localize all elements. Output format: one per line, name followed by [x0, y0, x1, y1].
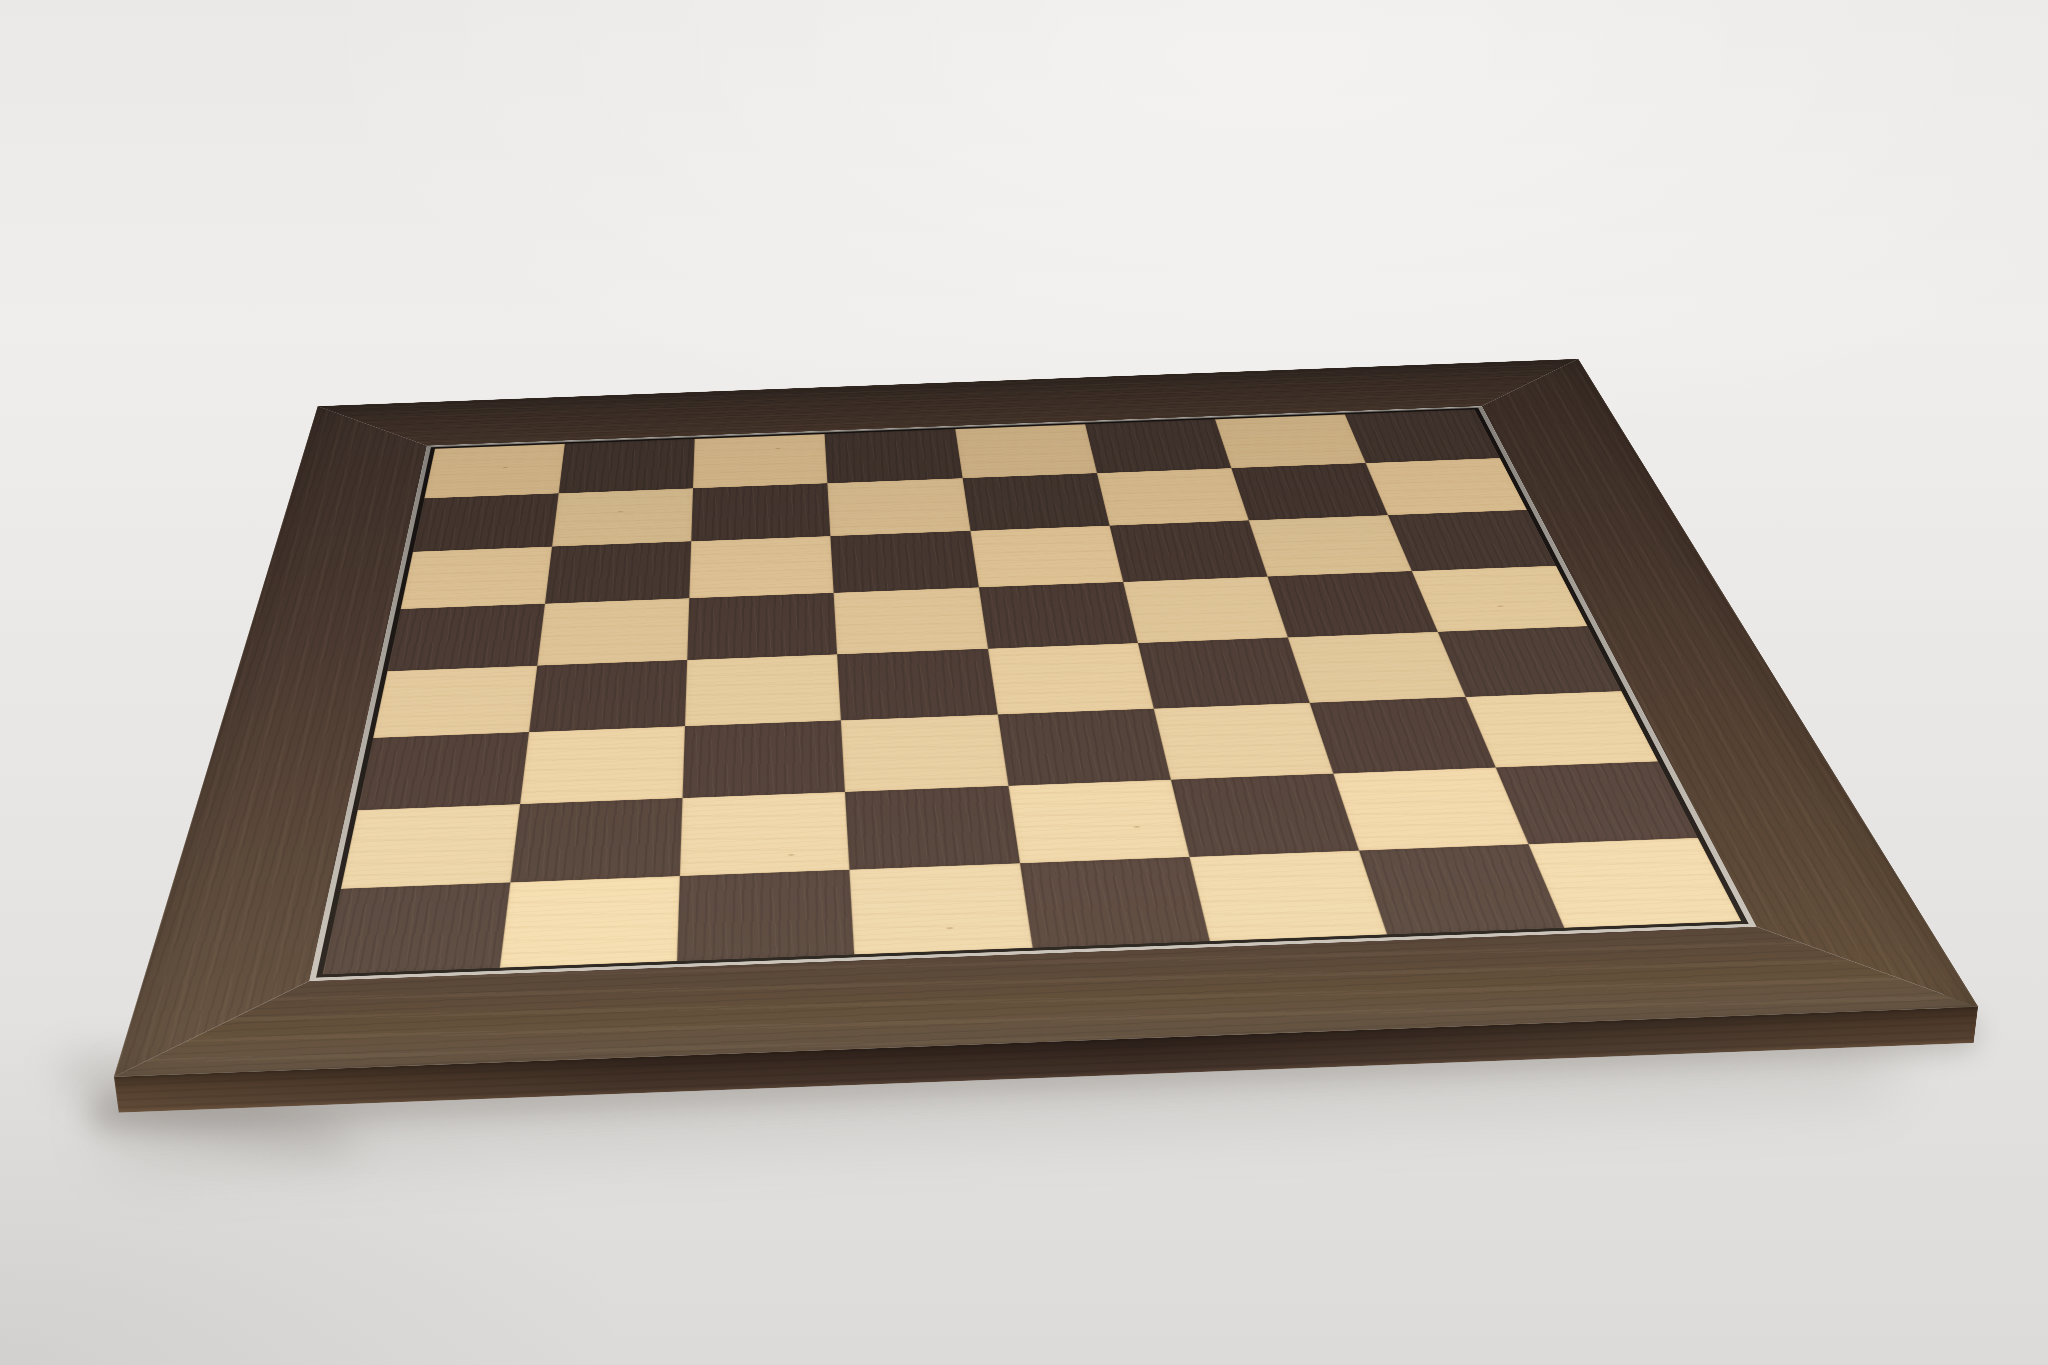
square-e7 — [962, 473, 1109, 531]
square-h7 — [1365, 458, 1527, 515]
square-h5 — [1411, 565, 1587, 631]
square-b5 — [537, 598, 689, 665]
playing-field — [322, 409, 1741, 974]
square-f4 — [1137, 637, 1309, 708]
square-c7 — [691, 483, 830, 541]
square-e8 — [954, 424, 1096, 478]
square-c6 — [689, 536, 833, 598]
square-a7 — [412, 493, 558, 551]
square-d8 — [824, 429, 961, 483]
square-g6 — [1248, 515, 1411, 576]
square-h6 — [1387, 510, 1555, 571]
square-g7 — [1231, 463, 1388, 520]
square-g4 — [1287, 631, 1465, 702]
square-b2 — [510, 797, 682, 881]
square-c4 — [685, 654, 841, 726]
square-f6 — [1109, 520, 1267, 582]
square-g2 — [1332, 767, 1527, 850]
square-g3 — [1309, 696, 1495, 773]
square-b3 — [520, 726, 685, 804]
square-f8 — [1084, 419, 1230, 473]
square-b8 — [558, 438, 694, 493]
square-g5 — [1267, 571, 1437, 637]
studio-backdrop — [0, 0, 2048, 1365]
square-e2 — [1007, 779, 1188, 863]
scene-3d — [0, 0, 2048, 1365]
square-d2 — [845, 785, 1019, 869]
square-a2 — [340, 803, 519, 888]
square-f5 — [1122, 576, 1287, 642]
square-e4 — [987, 642, 1153, 713]
square-c1 — [677, 869, 854, 961]
square-d5 — [834, 587, 987, 654]
square-a5 — [387, 603, 545, 670]
square-d4 — [837, 648, 997, 720]
square-a6 — [400, 546, 552, 609]
square-e5 — [978, 582, 1137, 648]
square-f2 — [1170, 773, 1358, 856]
square-f7 — [1096, 468, 1248, 526]
square-b4 — [529, 659, 687, 731]
square-a1 — [322, 882, 510, 974]
square-c3 — [682, 720, 845, 798]
square-f1 — [1189, 850, 1387, 941]
square-d7 — [827, 478, 969, 536]
square-b1 — [499, 875, 679, 967]
square-g8 — [1214, 414, 1365, 468]
square-h8 — [1344, 409, 1499, 463]
square-a4 — [373, 665, 537, 737]
square-c2 — [680, 791, 850, 875]
square-d6 — [830, 530, 978, 592]
square-f3 — [1153, 702, 1333, 779]
square-a3 — [357, 731, 529, 809]
square-a8 — [424, 443, 565, 498]
square-h4 — [1437, 625, 1621, 696]
square-e1 — [1019, 856, 1209, 947]
square-h1 — [1528, 837, 1741, 927]
square-c8 — [693, 434, 827, 488]
square-h2 — [1495, 761, 1697, 844]
square-e3 — [997, 708, 1170, 785]
square-b7 — [552, 488, 693, 546]
square-c5 — [687, 592, 837, 659]
square-e6 — [970, 525, 1123, 587]
square-g1 — [1358, 844, 1563, 934]
square-d1 — [849, 863, 1031, 954]
square-d3 — [841, 714, 1008, 791]
square-b6 — [545, 541, 691, 603]
square-h3 — [1465, 690, 1658, 766]
chessboard — [113, 358, 1977, 1076]
